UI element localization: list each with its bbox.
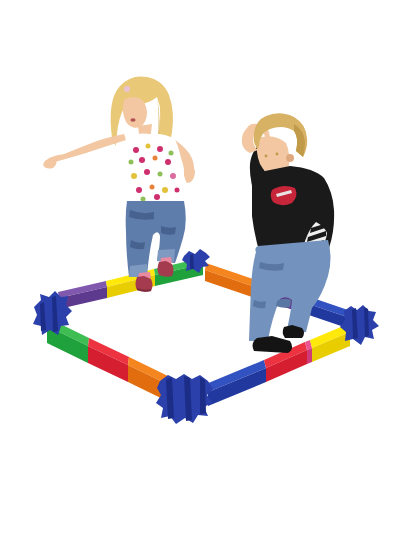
polka-dot [146,144,151,149]
girl [43,76,195,291]
girl-mouth [130,118,135,122]
boy-eye [265,155,268,158]
polka-dot [144,169,150,175]
corner-connector-right [340,305,379,345]
polka-dot [158,172,163,177]
beam-side-near-left [47,318,170,402]
girl-hair-clip [124,86,130,92]
girl-right-hand [43,158,57,169]
boy-chest-print [271,186,297,205]
girl-top [124,134,184,204]
boy-ear [286,154,294,162]
polka-dot [150,185,155,190]
polka-dot [175,188,180,193]
polka-dot [157,146,163,152]
polka-dot [141,197,146,202]
polka-dot [170,173,176,179]
polka-dot [153,156,158,161]
beam-pink-front [307,348,312,364]
polka-dot [139,157,145,163]
polka-dot [136,187,142,193]
product-photo [0,0,400,540]
polka-dot [162,187,168,193]
polka-dot [129,160,134,165]
polka-dot [154,194,160,200]
polka-dot [169,151,174,156]
beam-side-near-right [206,324,350,406]
scene-canvas [0,0,400,540]
boy-shoe-front [253,336,293,353]
girl-shoe-right [158,261,174,277]
corner-connector-bottom [156,374,213,424]
girl-right-arm [48,134,126,164]
polka-dot [165,159,171,165]
girl-face [123,97,147,128]
connector-body [340,305,379,345]
polka-dot [131,173,137,179]
boy-eye [276,153,279,156]
polka-dot [133,147,139,153]
